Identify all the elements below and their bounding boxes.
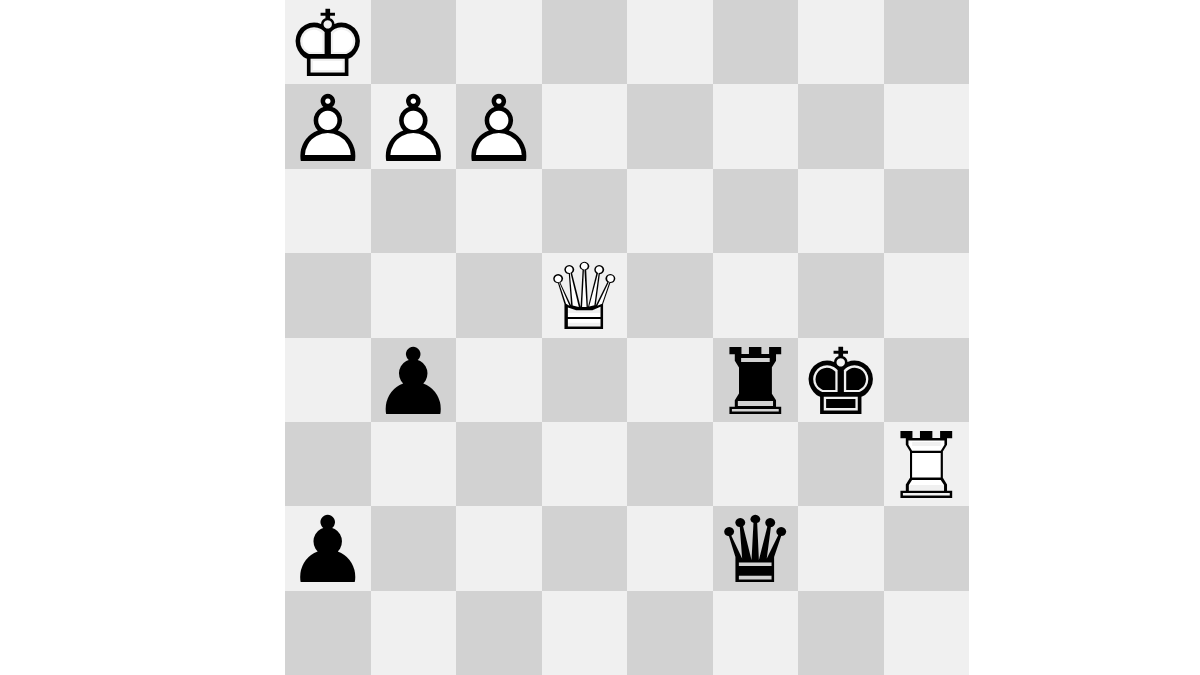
piece-white-queen-d5[interactable]: ♛♕ [542, 253, 628, 337]
square-f3[interactable] [713, 422, 799, 506]
square-e4[interactable] [627, 338, 713, 422]
piece-white-pawn-a7[interactable]: ♟♙ [285, 84, 371, 168]
square-c7[interactable]: ♟♙ [456, 84, 542, 168]
square-c1[interactable] [456, 591, 542, 675]
square-e2[interactable] [627, 506, 713, 590]
square-f6[interactable] [713, 169, 799, 253]
chess-board: ♚♔♟♙♟♙♟♙♛♕♟♜♚♜♖♟♛ [285, 0, 969, 675]
square-g8[interactable] [798, 0, 884, 84]
square-h7[interactable] [884, 84, 970, 168]
square-c4[interactable] [456, 338, 542, 422]
square-h6[interactable] [884, 169, 970, 253]
piece-black-pawn-a2[interactable]: ♟ [285, 506, 371, 590]
square-h8[interactable] [884, 0, 970, 84]
white-pawn-fill-glyph: ♟ [371, 87, 457, 171]
white-pawn-icon: ♙ [285, 87, 371, 171]
square-b2[interactable] [371, 506, 457, 590]
square-g4[interactable]: ♚ [798, 338, 884, 422]
white-king-fill-glyph: ♚ [285, 3, 371, 87]
square-b5[interactable] [371, 253, 457, 337]
black-pawn-icon: ♟ [371, 341, 457, 425]
square-g5[interactable] [798, 253, 884, 337]
square-c2[interactable] [456, 506, 542, 590]
piece-black-pawn-b4[interactable]: ♟ [371, 338, 457, 422]
square-c6[interactable] [456, 169, 542, 253]
square-b4[interactable]: ♟ [371, 338, 457, 422]
square-a2[interactable]: ♟ [285, 506, 371, 590]
square-g3[interactable] [798, 422, 884, 506]
square-f1[interactable] [713, 591, 799, 675]
square-e3[interactable] [627, 422, 713, 506]
square-c3[interactable] [456, 422, 542, 506]
square-e7[interactable] [627, 84, 713, 168]
black-rook-icon: ♜ [713, 341, 799, 425]
square-h1[interactable] [884, 591, 970, 675]
square-f2[interactable]: ♛ [713, 506, 799, 590]
square-d3[interactable] [542, 422, 628, 506]
square-h2[interactable] [884, 506, 970, 590]
square-a5[interactable] [285, 253, 371, 337]
square-d2[interactable] [542, 506, 628, 590]
square-g7[interactable] [798, 84, 884, 168]
square-b1[interactable] [371, 591, 457, 675]
white-queen-fill-glyph: ♛ [542, 256, 628, 340]
white-pawn-fill-glyph: ♟ [285, 87, 371, 171]
square-d5[interactable]: ♛♕ [542, 253, 628, 337]
piece-black-king-g4[interactable]: ♚ [798, 338, 884, 422]
square-g6[interactable] [798, 169, 884, 253]
white-king-icon: ♔ [285, 3, 371, 87]
square-c5[interactable] [456, 253, 542, 337]
square-d7[interactable] [542, 84, 628, 168]
square-f8[interactable] [713, 0, 799, 84]
piece-white-king-a8[interactable]: ♚♔ [285, 0, 371, 84]
square-e8[interactable] [627, 0, 713, 84]
square-e6[interactable] [627, 169, 713, 253]
piece-black-rook-f4[interactable]: ♜ [713, 338, 799, 422]
black-queen-icon: ♛ [713, 509, 799, 593]
piece-white-pawn-c7[interactable]: ♟♙ [456, 84, 542, 168]
square-f7[interactable] [713, 84, 799, 168]
page-background: ♚♔♟♙♟♙♟♙♛♕♟♜♚♜♖♟♛ [0, 0, 1200, 675]
white-queen-icon: ♕ [542, 256, 628, 340]
piece-white-pawn-b7[interactable]: ♟♙ [371, 84, 457, 168]
square-c8[interactable] [456, 0, 542, 84]
square-b8[interactable] [371, 0, 457, 84]
white-pawn-icon: ♙ [456, 87, 542, 171]
white-rook-icon: ♖ [884, 425, 970, 509]
square-f4[interactable]: ♜ [713, 338, 799, 422]
square-d1[interactable] [542, 591, 628, 675]
square-d8[interactable] [542, 0, 628, 84]
square-a4[interactable] [285, 338, 371, 422]
square-b3[interactable] [371, 422, 457, 506]
white-rook-fill-glyph: ♜ [884, 425, 970, 509]
piece-black-queen-f2[interactable]: ♛ [713, 506, 799, 590]
square-h3[interactable]: ♜♖ [884, 422, 970, 506]
black-pawn-icon: ♟ [285, 509, 371, 593]
square-d6[interactable] [542, 169, 628, 253]
square-a7[interactable]: ♟♙ [285, 84, 371, 168]
square-f5[interactable] [713, 253, 799, 337]
white-pawn-fill-glyph: ♟ [456, 87, 542, 171]
square-e1[interactable] [627, 591, 713, 675]
square-h5[interactable] [884, 253, 970, 337]
white-pawn-icon: ♙ [371, 87, 457, 171]
square-a1[interactable] [285, 591, 371, 675]
square-h4[interactable] [884, 338, 970, 422]
black-king-icon: ♚ [798, 341, 884, 425]
square-g1[interactable] [798, 591, 884, 675]
square-a6[interactable] [285, 169, 371, 253]
square-e5[interactable] [627, 253, 713, 337]
square-a3[interactable] [285, 422, 371, 506]
square-g2[interactable] [798, 506, 884, 590]
square-d4[interactable] [542, 338, 628, 422]
square-b7[interactable]: ♟♙ [371, 84, 457, 168]
square-b6[interactable] [371, 169, 457, 253]
piece-white-rook-h3[interactable]: ♜♖ [884, 422, 970, 506]
square-a8[interactable]: ♚♔ [285, 0, 371, 84]
